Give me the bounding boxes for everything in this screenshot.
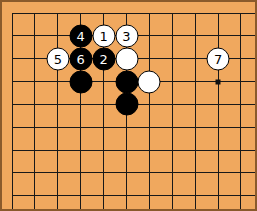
stone-number: 6 bbox=[77, 52, 85, 65]
stone-white bbox=[115, 47, 138, 70]
grid-cell bbox=[195, 13, 218, 36]
grid-cell bbox=[12, 58, 35, 81]
grid-cell bbox=[172, 127, 195, 150]
grid-cell bbox=[149, 35, 172, 58]
grid-cell bbox=[172, 58, 195, 81]
grid-cell bbox=[240, 13, 255, 36]
grid-cell bbox=[126, 127, 149, 150]
grid-cell bbox=[34, 150, 57, 173]
grid-cell bbox=[57, 104, 80, 127]
grid-cell bbox=[34, 104, 57, 127]
grid-cell bbox=[240, 172, 255, 195]
grid-cell bbox=[34, 195, 57, 209]
grid-cell bbox=[126, 172, 149, 195]
stone-black bbox=[69, 70, 92, 93]
stone-white: 7 bbox=[207, 47, 230, 70]
grid-cell bbox=[12, 35, 35, 58]
grid-cell bbox=[12, 195, 35, 209]
grid-cell bbox=[240, 150, 255, 173]
stone-number: 1 bbox=[99, 29, 107, 42]
grid-cell bbox=[149, 127, 172, 150]
grid-cell bbox=[103, 172, 126, 195]
stone-black bbox=[115, 93, 138, 116]
stone-white: 5 bbox=[46, 47, 69, 70]
grid-cell bbox=[218, 195, 241, 209]
grid-cell bbox=[195, 172, 218, 195]
grid-cell bbox=[240, 104, 255, 127]
stone-white: 1 bbox=[92, 24, 115, 47]
grid-cell bbox=[57, 150, 80, 173]
grid-cell bbox=[240, 127, 255, 150]
grid-cell bbox=[172, 13, 195, 36]
grid-cell bbox=[34, 13, 57, 36]
grid-cell bbox=[218, 81, 241, 104]
grid-cell bbox=[195, 195, 218, 209]
go-diagram: 4135627 bbox=[0, 0, 257, 211]
grid-cell bbox=[149, 172, 172, 195]
grid-cell bbox=[12, 13, 35, 36]
stone-number: 7 bbox=[214, 52, 222, 65]
grid-cell bbox=[34, 172, 57, 195]
grid-cell bbox=[126, 150, 149, 173]
grid-cell bbox=[195, 150, 218, 173]
grid-cell bbox=[172, 104, 195, 127]
grid-cell bbox=[195, 104, 218, 127]
stone-number: 5 bbox=[54, 52, 62, 65]
grid-cell bbox=[12, 127, 35, 150]
grid-cell bbox=[12, 172, 35, 195]
grid-cell bbox=[172, 81, 195, 104]
grid-cell bbox=[34, 81, 57, 104]
stone-black bbox=[115, 70, 138, 93]
grid-cell bbox=[195, 127, 218, 150]
stone-number: 3 bbox=[122, 29, 130, 42]
grid-cell bbox=[57, 127, 80, 150]
grid-cell bbox=[12, 104, 35, 127]
grid-cell bbox=[218, 104, 241, 127]
grid-cell bbox=[34, 127, 57, 150]
grid-cell bbox=[12, 81, 35, 104]
grid-cell bbox=[149, 150, 172, 173]
grid-cell bbox=[218, 13, 241, 36]
grid-cell bbox=[218, 127, 241, 150]
stone-black: 4 bbox=[69, 24, 92, 47]
grid-cell bbox=[218, 172, 241, 195]
stone-white: 3 bbox=[115, 24, 138, 47]
stone-black: 2 bbox=[92, 47, 115, 70]
stone-number: 2 bbox=[99, 52, 107, 65]
grid-cell bbox=[103, 127, 126, 150]
grid-cell bbox=[103, 195, 126, 209]
grid-cell bbox=[240, 35, 255, 58]
grid-cell bbox=[149, 195, 172, 209]
grid-cell bbox=[57, 172, 80, 195]
stone-black: 6 bbox=[69, 47, 92, 70]
grid-cell bbox=[172, 150, 195, 173]
grid-cell bbox=[195, 81, 218, 104]
grid-cell bbox=[80, 127, 103, 150]
stone-number: 4 bbox=[77, 29, 85, 42]
grid-cell bbox=[80, 104, 103, 127]
grid-cell bbox=[149, 13, 172, 36]
grid-cell bbox=[172, 172, 195, 195]
grid-cell bbox=[240, 81, 255, 104]
grid-cell bbox=[126, 195, 149, 209]
grid-cell bbox=[172, 35, 195, 58]
grid-cell bbox=[80, 150, 103, 173]
grid-cell bbox=[172, 195, 195, 209]
stone-white bbox=[138, 70, 161, 93]
grid-cell bbox=[149, 104, 172, 127]
star-point bbox=[216, 79, 221, 84]
grid-cell bbox=[12, 150, 35, 173]
grid-cell bbox=[218, 150, 241, 173]
grid-cell bbox=[240, 58, 255, 81]
grid-cell bbox=[240, 195, 255, 209]
grid-cell bbox=[103, 150, 126, 173]
grid-cell bbox=[57, 195, 80, 209]
grid-cell bbox=[80, 172, 103, 195]
grid-cell bbox=[80, 195, 103, 209]
